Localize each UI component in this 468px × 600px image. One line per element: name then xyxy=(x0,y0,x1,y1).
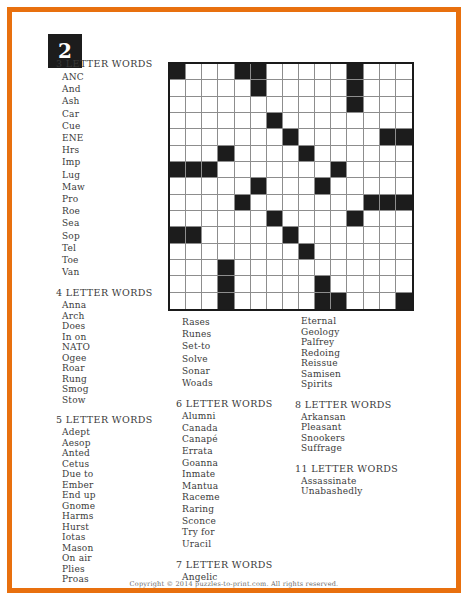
grid-cell xyxy=(218,64,234,80)
grid-cell xyxy=(364,276,380,292)
grid-cell xyxy=(347,129,363,145)
grid-cell xyxy=(347,146,363,162)
grid-cell xyxy=(186,97,202,113)
grid-cell xyxy=(251,293,267,309)
grid-cell xyxy=(299,178,315,194)
grid-cell xyxy=(202,146,218,162)
grid-cell xyxy=(267,80,283,96)
word-item: Goanna xyxy=(176,458,292,470)
word-item: Cue xyxy=(56,120,168,132)
word-item: Sonar xyxy=(176,365,292,377)
grid-cell xyxy=(315,211,331,227)
word-item: Van xyxy=(56,266,168,278)
grid-cell xyxy=(235,113,251,129)
word-list-column-left: 3 LETTER WORDSANCAndAshCarCueENEHrsImpLu… xyxy=(56,58,168,594)
grid-cell xyxy=(218,244,234,260)
grid-cell xyxy=(283,178,299,194)
grid-cell-black xyxy=(218,293,234,309)
word-item: Harms xyxy=(56,511,168,522)
list-heading: 4 LETTER WORDS xyxy=(56,287,168,298)
grid-cell xyxy=(315,195,331,211)
grid-cell xyxy=(315,129,331,145)
grid-cell xyxy=(364,113,380,129)
grid-cell xyxy=(364,97,380,113)
grid-cell xyxy=(186,293,202,309)
grid-cell xyxy=(380,113,396,129)
grid-cell xyxy=(186,129,202,145)
grid-cell xyxy=(364,129,380,145)
grid-cell xyxy=(218,113,234,129)
grid-cell xyxy=(283,244,299,260)
grid-cell xyxy=(251,260,267,276)
word-item: Rases xyxy=(176,316,292,328)
grid-cell xyxy=(170,195,186,211)
grid-cell xyxy=(299,97,315,113)
word-list-section: 4 LETTER WORDSAnnaArchDoesIn onNATOOgeeR… xyxy=(56,287,168,405)
grid-cell xyxy=(380,80,396,96)
grid-cell xyxy=(347,162,363,178)
grid-cell xyxy=(251,162,267,178)
word-item: Mantua xyxy=(176,481,292,493)
grid-cell-black xyxy=(186,162,202,178)
grid-cell-black xyxy=(347,211,363,227)
grid-cell-black xyxy=(396,129,412,145)
grid-cell-black xyxy=(315,276,331,292)
grid-cell-black xyxy=(170,162,186,178)
grid-cell xyxy=(235,227,251,243)
grid-cell xyxy=(170,260,186,276)
word-item: In on xyxy=(56,332,168,343)
grid-cell-black xyxy=(283,129,299,145)
grid-cell-black xyxy=(396,293,412,309)
word-item: Snookers xyxy=(295,433,425,444)
word-item: Ogee xyxy=(56,353,168,364)
word-item: Geology xyxy=(295,327,425,338)
grid-cell xyxy=(235,244,251,260)
grid-cell xyxy=(347,276,363,292)
grid-cell xyxy=(170,80,186,96)
grid-cell xyxy=(251,276,267,292)
grid-cell xyxy=(283,276,299,292)
grid-cell xyxy=(364,260,380,276)
word-item: Roe xyxy=(56,205,168,217)
grid-cell xyxy=(380,97,396,113)
grid-cell xyxy=(251,97,267,113)
grid-cell xyxy=(235,293,251,309)
grid-cell xyxy=(251,211,267,227)
grid-cell-black xyxy=(186,227,202,243)
word-item: Sop xyxy=(56,230,168,242)
word-item: Raceme xyxy=(176,492,292,504)
word-item: Plies xyxy=(56,564,168,575)
grid-cell xyxy=(186,80,202,96)
grid-cell xyxy=(380,293,396,309)
grid-cell xyxy=(396,211,412,227)
grid-cell xyxy=(364,244,380,260)
grid-cell-black xyxy=(347,64,363,80)
grid-cell xyxy=(218,227,234,243)
grid-cell xyxy=(283,293,299,309)
grid-cell xyxy=(380,178,396,194)
grid-cell xyxy=(299,276,315,292)
grid-cell xyxy=(396,80,412,96)
word-item: Raring xyxy=(176,504,292,516)
grid-cell xyxy=(186,211,202,227)
list-heading: 8 LETTER WORDS xyxy=(295,399,425,410)
grid-cell xyxy=(380,64,396,80)
word-item: Rung xyxy=(56,374,168,385)
grid-cell xyxy=(202,97,218,113)
grid-cell xyxy=(170,276,186,292)
word-item: Iotas xyxy=(56,532,168,543)
word-item: Unabashedly xyxy=(295,486,425,497)
grid-cell xyxy=(299,129,315,145)
grid-cell xyxy=(251,113,267,129)
grid-cell-black xyxy=(218,260,234,276)
grid-cell xyxy=(380,260,396,276)
grid-cell xyxy=(267,195,283,211)
grid-cell xyxy=(186,113,202,129)
grid-cell xyxy=(331,64,347,80)
grid-cell-black xyxy=(315,178,331,194)
word-item: Spirits xyxy=(295,379,425,390)
word-item: Ember xyxy=(56,480,168,491)
grid-cell xyxy=(331,195,347,211)
grid-cell xyxy=(202,64,218,80)
grid-cell xyxy=(251,244,267,260)
grid-cell xyxy=(186,276,202,292)
grid-cell-black xyxy=(315,293,331,309)
grid-cell xyxy=(283,80,299,96)
grid-cell xyxy=(186,146,202,162)
grid-cell xyxy=(170,146,186,162)
word-list-section: 5 LETTER WORDSAdeptAesopAntedCetusDue to… xyxy=(56,414,168,585)
grid-cell xyxy=(235,260,251,276)
grid-cell xyxy=(267,276,283,292)
grid-cell xyxy=(170,97,186,113)
grid-cell-black xyxy=(331,293,347,309)
grid-cell xyxy=(380,244,396,260)
word-list-column-right: EternalGeologyPalfreyRedoingReissueSamis… xyxy=(295,316,425,506)
grid-cell-black xyxy=(267,211,283,227)
word-item: Eternal xyxy=(295,316,425,327)
word-item: Samisen xyxy=(295,369,425,380)
grid-cell xyxy=(186,244,202,260)
grid-cell xyxy=(186,260,202,276)
word-item: NATO xyxy=(56,342,168,353)
word-item: Gnome xyxy=(56,501,168,512)
list-heading: 11 LETTER WORDS xyxy=(295,463,425,474)
grid-cell xyxy=(267,64,283,80)
grid-cell xyxy=(380,146,396,162)
grid-cell-black xyxy=(396,195,412,211)
word-list-section: RasesRunesSet-toSolveSonarWoads xyxy=(176,316,292,389)
word-item: Canada xyxy=(176,423,292,435)
grid-cell xyxy=(331,276,347,292)
word-item: End up xyxy=(56,490,168,501)
grid-cell xyxy=(267,178,283,194)
grid-cell xyxy=(299,64,315,80)
grid-cell xyxy=(170,178,186,194)
grid-cell xyxy=(235,146,251,162)
grid-cell xyxy=(170,211,186,227)
grid-cell xyxy=(235,129,251,145)
word-item: Adept xyxy=(56,427,168,438)
word-item: Tel xyxy=(56,242,168,254)
grid-cell xyxy=(283,113,299,129)
word-item: Hurst xyxy=(56,522,168,533)
list-heading: 5 LETTER WORDS xyxy=(56,414,168,425)
word-item: Hrs xyxy=(56,144,168,156)
grid-cell xyxy=(202,227,218,243)
word-item: Reissue xyxy=(295,358,425,369)
grid-cell xyxy=(299,293,315,309)
grid-cell xyxy=(396,97,412,113)
grid-cell xyxy=(235,276,251,292)
grid-cell xyxy=(218,97,234,113)
grid-cell xyxy=(235,97,251,113)
grid-cell xyxy=(283,64,299,80)
grid-cell xyxy=(331,260,347,276)
word-item: Alumni xyxy=(176,411,292,423)
word-item: Pleasant xyxy=(295,422,425,433)
grid-cell xyxy=(299,162,315,178)
word-item: Set-to xyxy=(176,340,292,352)
word-item: Redoing xyxy=(295,348,425,359)
grid-cell xyxy=(315,244,331,260)
grid-cell xyxy=(235,178,251,194)
grid-cell xyxy=(380,162,396,178)
grid-cell xyxy=(186,178,202,194)
grid-cell-black xyxy=(347,97,363,113)
word-item: Cetus xyxy=(56,459,168,470)
grid-cell xyxy=(283,211,299,227)
grid-cell xyxy=(170,113,186,129)
grid-cell xyxy=(364,80,380,96)
word-list-section: 11 LETTER WORDSAssassinateUnabashedly xyxy=(295,463,425,497)
grid-cell xyxy=(267,227,283,243)
grid-cell xyxy=(315,80,331,96)
word-list-section: 8 LETTER WORDSArkansanPleasantSnookersSu… xyxy=(295,399,425,454)
grid-cell xyxy=(283,195,299,211)
grid-cell xyxy=(299,260,315,276)
grid-cell-black xyxy=(364,195,380,211)
word-item: ANC xyxy=(56,71,168,83)
grid-cell xyxy=(380,276,396,292)
grid-cell-black xyxy=(380,195,396,211)
grid-cell xyxy=(186,195,202,211)
grid-cell xyxy=(267,97,283,113)
grid-cell xyxy=(202,129,218,145)
word-item: Uracil xyxy=(176,539,292,551)
grid-cell xyxy=(267,129,283,145)
grid-cell xyxy=(380,211,396,227)
grid-cell xyxy=(283,162,299,178)
grid-cell xyxy=(331,178,347,194)
word-item: Stow xyxy=(56,395,168,406)
grid-cell xyxy=(267,146,283,162)
word-item: Smog xyxy=(56,384,168,395)
grid-cell xyxy=(283,97,299,113)
grid-cell xyxy=(364,227,380,243)
copyright-line: Copyright © 2014 puzzles-to-print.com. A… xyxy=(0,580,468,588)
grid-cell xyxy=(218,162,234,178)
grid-cell-black xyxy=(251,64,267,80)
word-item: Maw xyxy=(56,181,168,193)
grid-cell-black xyxy=(218,276,234,292)
word-item: Arkansan xyxy=(295,412,425,423)
grid-cell-black xyxy=(331,162,347,178)
word-item: Pro xyxy=(56,193,168,205)
grid-cell xyxy=(331,244,347,260)
grid-cell xyxy=(396,146,412,162)
word-item: Toe xyxy=(56,254,168,266)
grid-cell-black xyxy=(267,113,283,129)
grid-cell xyxy=(202,178,218,194)
grid-cell xyxy=(202,195,218,211)
grid-cell xyxy=(235,211,251,227)
grid-cell xyxy=(315,64,331,80)
grid-cell xyxy=(396,64,412,80)
word-item: Aesop xyxy=(56,438,168,449)
word-item: Imp xyxy=(56,156,168,168)
grid-cell xyxy=(267,293,283,309)
grid-cell xyxy=(396,178,412,194)
grid-cell xyxy=(170,293,186,309)
grid-cell-black xyxy=(251,178,267,194)
word-item: On air xyxy=(56,553,168,564)
grid-cell xyxy=(267,244,283,260)
grid-cell xyxy=(218,195,234,211)
word-item: Anted xyxy=(56,448,168,459)
grid-cell xyxy=(202,113,218,129)
word-item: Mason xyxy=(56,543,168,554)
grid-cell xyxy=(235,162,251,178)
grid-cell xyxy=(380,227,396,243)
grid-cell xyxy=(347,113,363,129)
grid-cell xyxy=(347,260,363,276)
word-item: Anna xyxy=(56,300,168,311)
grid-cell xyxy=(267,162,283,178)
grid-cell xyxy=(364,178,380,194)
word-item: Errata xyxy=(176,446,292,458)
grid-cell xyxy=(251,146,267,162)
grid-cell-black xyxy=(170,64,186,80)
grid-cell xyxy=(331,227,347,243)
word-list-section: 3 LETTER WORDSANCAndAshCarCueENEHrsImpLu… xyxy=(56,58,168,278)
word-item: ENE xyxy=(56,132,168,144)
word-item: Palfrey xyxy=(295,337,425,348)
grid-cell xyxy=(186,64,202,80)
word-item: And xyxy=(56,83,168,95)
grid-cell-black xyxy=(235,195,251,211)
word-list-section: 6 LETTER WORDSAlumniCanadaCanapéErrataGo… xyxy=(176,398,292,550)
grid-cell xyxy=(331,146,347,162)
grid-cell xyxy=(331,211,347,227)
grid-cell xyxy=(299,113,315,129)
grid-cell xyxy=(331,97,347,113)
grid-cell-black xyxy=(218,146,234,162)
grid-cell xyxy=(315,260,331,276)
word-item: Sconce xyxy=(176,516,292,528)
grid-cell xyxy=(347,178,363,194)
grid-cell xyxy=(202,260,218,276)
grid-cell xyxy=(202,293,218,309)
list-heading: 7 LETTER WORDS xyxy=(176,559,292,570)
grid-cell xyxy=(396,260,412,276)
word-item: Ash xyxy=(56,95,168,107)
word-item: Roar xyxy=(56,363,168,374)
grid-cell-black xyxy=(299,146,315,162)
grid-cell xyxy=(396,162,412,178)
grid-cell xyxy=(347,244,363,260)
grid-cell xyxy=(315,146,331,162)
grid-cell xyxy=(267,260,283,276)
grid-cell xyxy=(251,129,267,145)
grid-cell xyxy=(347,195,363,211)
grid-cell-black xyxy=(202,162,218,178)
grid-cell xyxy=(251,227,267,243)
word-item: Try for xyxy=(176,527,292,539)
word-list-section: EternalGeologyPalfreyRedoingReissueSamis… xyxy=(295,316,425,390)
grid-cell-black xyxy=(380,129,396,145)
word-item: Runes xyxy=(176,328,292,340)
list-heading: 3 LETTER WORDS xyxy=(56,58,168,69)
grid-cell xyxy=(299,227,315,243)
word-item: Inmate xyxy=(176,469,292,481)
grid-cell-black xyxy=(299,244,315,260)
grid-cell xyxy=(331,129,347,145)
grid-cell xyxy=(218,178,234,194)
word-item: Solve xyxy=(176,353,292,365)
grid-cell xyxy=(218,211,234,227)
word-item: Lug xyxy=(56,169,168,181)
grid-cell xyxy=(251,195,267,211)
word-item: Due to xyxy=(56,469,168,480)
grid-cell xyxy=(396,113,412,129)
grid-cell xyxy=(364,64,380,80)
grid-cell xyxy=(202,276,218,292)
grid-cell xyxy=(396,244,412,260)
grid-cell xyxy=(202,244,218,260)
grid-cell xyxy=(364,211,380,227)
grid-cell xyxy=(170,244,186,260)
word-item: Woads xyxy=(176,377,292,389)
grid-cell xyxy=(299,211,315,227)
word-item: Assassinate xyxy=(295,476,425,487)
grid-cell xyxy=(331,113,347,129)
grid-cell xyxy=(396,276,412,292)
puzzle-grid xyxy=(168,62,414,311)
word-item: Arch xyxy=(56,311,168,322)
word-item: Car xyxy=(56,108,168,120)
grid-cell xyxy=(283,260,299,276)
grid-cell xyxy=(299,195,315,211)
grid-cell xyxy=(202,80,218,96)
grid-cell xyxy=(315,162,331,178)
grid-cell xyxy=(347,293,363,309)
grid-cell xyxy=(315,227,331,243)
grid-cell-black xyxy=(347,80,363,96)
grid-cell xyxy=(235,80,251,96)
grid-cell xyxy=(283,146,299,162)
grid-cell-black xyxy=(170,227,186,243)
grid-cell xyxy=(364,293,380,309)
grid-cell xyxy=(170,129,186,145)
grid-cell xyxy=(347,227,363,243)
grid-cell-black xyxy=(283,227,299,243)
grid-cell xyxy=(315,97,331,113)
